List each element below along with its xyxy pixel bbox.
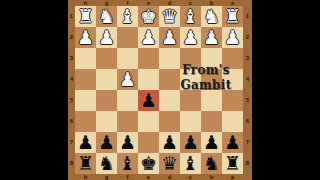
rank-label-2: 2 [68,27,75,48]
square-a1[interactable]: ♜ [222,6,243,27]
square-e8[interactable]: ♚ [138,153,159,174]
square-d6[interactable] [159,111,180,132]
square-c6[interactable] [180,111,201,132]
square-f8[interactable]: ♝ [117,153,138,174]
square-e5[interactable]: ♟ [138,90,159,111]
file-labels-bottom: hgfedcba [75,174,243,180]
white-bishop[interactable]: ♝ [182,6,199,27]
rank-label-1: 1 [243,6,252,27]
opening-name-line1: From's [170,63,242,78]
square-f5[interactable] [117,90,138,111]
rank-label-7: 7 [243,132,252,153]
square-c2[interactable]: ♟ [180,27,201,48]
rank-label-6: 6 [243,111,252,132]
file-label-e: e [138,174,159,180]
black-pawn[interactable]: ♟ [77,132,94,153]
square-d1[interactable]: ♛ [159,6,180,27]
rank-label-4: 4 [243,69,252,90]
square-d5[interactable] [159,90,180,111]
square-h2[interactable]: ♟ [75,27,96,48]
black-pawn[interactable]: ♟ [203,132,220,153]
square-e4[interactable] [138,69,159,90]
file-label-g: g [96,174,117,180]
square-c5[interactable] [180,90,201,111]
square-f3[interactable] [117,48,138,69]
rank-label-8: 8 [68,153,75,174]
file-label-b: b [201,174,222,180]
square-h5[interactable] [75,90,96,111]
square-e3[interactable] [138,48,159,69]
black-queen[interactable]: ♛ [161,153,178,174]
square-g4[interactable] [96,69,117,90]
white-pawn[interactable]: ♟ [119,69,136,90]
opening-name-line2: Gambit [170,78,242,93]
black-knight[interactable]: ♞ [203,153,220,174]
rank-label-6: 6 [68,111,75,132]
thumbnail-stage: hgfedcba hgfedcba 12345678 12345678 ♜♞♝♚… [0,0,320,180]
black-pawn[interactable]: ♟ [161,132,178,153]
square-g5[interactable] [96,90,117,111]
white-pawn[interactable]: ♟ [77,27,94,48]
square-d2[interactable]: ♟ [159,27,180,48]
rank-label-8: 8 [243,153,252,174]
file-label-d: d [159,174,180,180]
square-g8[interactable]: ♞ [96,153,117,174]
square-a5[interactable] [222,90,243,111]
square-g7[interactable]: ♟ [96,132,117,153]
square-h7[interactable]: ♟ [75,132,96,153]
square-g1[interactable]: ♞ [96,6,117,27]
square-f6[interactable] [117,111,138,132]
white-knight[interactable]: ♞ [203,6,220,27]
white-bishop[interactable]: ♝ [119,6,136,27]
square-h1[interactable]: ♜ [75,6,96,27]
rank-label-5: 5 [243,90,252,111]
black-pawn[interactable]: ♟ [224,132,241,153]
square-f1[interactable]: ♝ [117,6,138,27]
black-king[interactable]: ♚ [140,153,157,174]
square-f4[interactable]: ♟ [117,69,138,90]
white-rook[interactable]: ♜ [224,6,241,27]
rank-label-1: 1 [68,6,75,27]
square-b1[interactable]: ♞ [201,6,222,27]
square-h6[interactable] [75,111,96,132]
white-pawn[interactable]: ♟ [203,27,220,48]
square-a8[interactable]: ♜ [222,153,243,174]
square-e6[interactable] [138,111,159,132]
white-pawn[interactable]: ♟ [98,27,115,48]
black-bishop[interactable]: ♝ [119,153,136,174]
rank-label-5: 5 [68,90,75,111]
square-d8[interactable]: ♛ [159,153,180,174]
square-b6[interactable] [201,111,222,132]
rank-label-3: 3 [243,48,252,69]
white-knight[interactable]: ♞ [98,6,115,27]
white-rook[interactable]: ♜ [77,6,94,27]
white-king[interactable]: ♚ [140,6,157,27]
square-h8[interactable]: ♜ [75,153,96,174]
file-label-h: h [75,174,96,180]
square-b5[interactable] [201,90,222,111]
square-e1[interactable]: ♚ [138,6,159,27]
square-h3[interactable] [75,48,96,69]
rank-label-4: 4 [68,69,75,90]
square-d7[interactable]: ♟ [159,132,180,153]
square-c1[interactable]: ♝ [180,6,201,27]
black-pawn[interactable]: ♟ [182,132,199,153]
square-c8[interactable]: ♝ [180,153,201,174]
file-label-f: f [117,174,138,180]
black-knight[interactable]: ♞ [98,153,115,174]
white-queen[interactable]: ♛ [161,6,178,27]
file-label-c: c [180,174,201,180]
square-f7[interactable]: ♟ [117,132,138,153]
black-rook[interactable]: ♜ [77,153,94,174]
square-h4[interactable] [75,69,96,90]
white-pawn[interactable]: ♟ [140,27,157,48]
black-pawn[interactable]: ♟ [119,132,136,153]
square-e2[interactable]: ♟ [138,27,159,48]
square-e7[interactable] [138,132,159,153]
square-g3[interactable] [96,48,117,69]
black-pawn[interactable]: ♟ [98,132,115,153]
rank-label-3: 3 [68,48,75,69]
square-b7[interactable]: ♟ [201,132,222,153]
white-pawn[interactable]: ♟ [224,27,241,48]
square-g2[interactable]: ♟ [96,27,117,48]
square-g6[interactable] [96,111,117,132]
square-b8[interactable]: ♞ [201,153,222,174]
white-pawn[interactable]: ♟ [182,27,199,48]
square-a2[interactable]: ♟ [222,27,243,48]
black-bishop[interactable]: ♝ [182,153,199,174]
square-a7[interactable]: ♟ [222,132,243,153]
black-rook[interactable]: ♜ [224,153,241,174]
rank-label-7: 7 [68,132,75,153]
black-pawn[interactable]: ♟ [140,90,157,111]
rank-label-2: 2 [243,27,252,48]
square-b2[interactable]: ♟ [201,27,222,48]
file-label-a: a [222,174,243,180]
opening-name-overlay: From's Gambit [170,63,242,93]
rank-labels-right: 12345678 [243,6,252,174]
square-f2[interactable] [117,27,138,48]
square-a6[interactable] [222,111,243,132]
rank-labels-left: 12345678 [68,6,75,174]
square-c7[interactable]: ♟ [180,132,201,153]
white-pawn[interactable]: ♟ [161,27,178,48]
